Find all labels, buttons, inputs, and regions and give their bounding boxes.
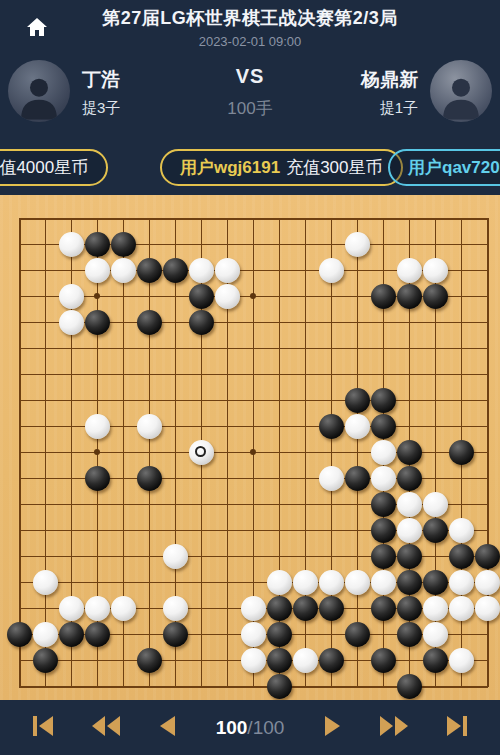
white-stone [137,414,162,439]
black-stone [397,284,422,309]
black-stone [397,570,422,595]
white-stone [319,258,344,283]
white-stone [33,570,58,595]
star-point [250,449,256,455]
white-stone [475,596,500,621]
black-stone [371,596,396,621]
white-stone [85,414,110,439]
black-stone [85,466,110,491]
header-bar: 第27届LG杯世界棋王战决赛第2/3局 2023-02-01 09:00 [0,0,500,55]
white-stone [85,258,110,283]
black-stone [267,622,292,647]
black-stone [319,648,344,673]
white-stone [397,518,422,543]
black-stone [397,440,422,465]
banner-user: 用户qav7205 [408,156,500,179]
black-stone [397,674,422,699]
black-stone [345,622,370,647]
white-stone [267,570,292,595]
white-stone [397,258,422,283]
black-stone [85,622,110,647]
black-stone [423,284,448,309]
black-stone [267,648,292,673]
black-stone [59,622,84,647]
recharge-banner-row: 052 充值4000星币 用户wgj6191 充值300星币 用户qav7205… [0,140,500,195]
white-stone [241,648,266,673]
recharge-banner-3[interactable]: 用户qav7205 充值 [388,149,500,186]
white-stone [345,232,370,257]
black-stone [475,544,500,569]
skip-to-start-icon [30,713,56,742]
black-stone [85,232,110,257]
step-backward-button[interactable] [152,709,182,746]
white-stone [371,440,396,465]
black-stone [7,622,32,647]
white-stone [59,596,84,621]
banner-action: 充值4000星币 [0,156,88,179]
step-forward-icon [322,713,344,742]
white-stone [111,596,136,621]
black-stone [137,648,162,673]
fast-backward-icon [90,713,122,742]
total-moves: /100 [247,717,284,738]
black-stone [319,414,344,439]
white-stone [423,492,448,517]
black-stone [423,648,448,673]
black-stone [137,258,162,283]
white-stone [241,622,266,647]
white-stone [59,284,84,309]
fast-backward-button[interactable] [86,709,126,746]
white-stone [423,622,448,647]
black-stone [423,570,448,595]
black-stone [397,466,422,491]
black-stone [371,492,396,517]
title-block: 第27届LG杯世界棋王战决赛第2/3局 2023-02-01 09:00 [60,6,440,49]
last-move-marker [195,446,206,457]
white-stone [449,570,474,595]
star-point [94,293,100,299]
white-stone [371,466,396,491]
black-stone [267,674,292,699]
white-stone [189,258,214,283]
players-row: 丁浩 提3子 VS 100手 杨鼎新 提1子 [0,55,500,140]
black-stone [397,596,422,621]
skip-to-end-button[interactable] [440,709,474,746]
black-stone [345,388,370,413]
black-stone [189,310,214,335]
white-stone [215,284,240,309]
white-stone [345,414,370,439]
move-counter: 100/100 [208,717,292,739]
black-stone [33,648,58,673]
white-stone [371,570,396,595]
step-forward-button[interactable] [318,709,348,746]
skip-to-start-button[interactable] [26,709,60,746]
white-player-name: 杨鼎新 [361,67,418,93]
white-stone [59,310,84,335]
black-stone [85,310,110,335]
white-stone [33,622,58,647]
white-player-captures: 提1子 [380,99,418,118]
white-stone [85,596,110,621]
black-stone [397,544,422,569]
game-datetime: 2023-02-01 09:00 [60,34,440,49]
black-stone [137,466,162,491]
go-review-app: 第27届LG杯世界棋王战决赛第2/3局 2023-02-01 09:00 丁浩 … [0,0,500,755]
black-stone [449,440,474,465]
black-stone [137,310,162,335]
white-stone [319,466,344,491]
grid-line [357,218,358,687]
black-stone [371,648,396,673]
black-stone [371,518,396,543]
step-backward-icon [156,713,178,742]
white-stone [111,258,136,283]
vs-label: VS [0,65,500,88]
white-stone [293,570,318,595]
playback-bar: 100/100 [0,700,500,755]
black-stone [449,544,474,569]
move-count: 100手 [0,97,500,120]
black-stone [189,284,214,309]
fast-forward-icon [378,713,410,742]
white-stone [475,570,500,595]
white-stone [163,596,188,621]
white-player-avatar [430,60,492,122]
fast-forward-button[interactable] [374,709,414,746]
white-stone [59,232,84,257]
black-stone [397,622,422,647]
black-stone [371,388,396,413]
black-stone [293,596,318,621]
black-stone [371,284,396,309]
banner-user: 用户wgj6191 [180,156,280,179]
white-stone [319,570,344,595]
white-stone [345,570,370,595]
white-stone [423,596,448,621]
star-point [94,449,100,455]
home-icon [25,15,49,43]
skip-to-end-icon [444,713,470,742]
white-stone [397,492,422,517]
star-point [250,293,256,299]
page-title: 第27届LG杯世界棋王战决赛第2/3局 [60,6,440,30]
white-stone [189,440,214,465]
recharge-banner-2[interactable]: 用户wgj6191 充值300星币 [160,149,403,186]
black-stone [163,622,188,647]
white-stone [423,258,448,283]
white-stone [163,544,188,569]
white-stone [293,648,318,673]
black-stone [371,544,396,569]
banner-action: 充值300星币 [286,156,382,179]
black-stone [423,518,448,543]
black-stone [371,414,396,439]
go-board[interactable] [0,195,500,700]
black-stone [267,596,292,621]
white-stone [449,648,474,673]
white-stone [241,596,266,621]
current-move: 100 [216,717,248,738]
white-stone [215,258,240,283]
black-stone [111,232,136,257]
white-stone [449,596,474,621]
black-stone [163,258,188,283]
black-stone [319,596,344,621]
black-stone [345,466,370,491]
recharge-banner-1[interactable]: 052 充值4000星币 [0,149,108,186]
white-stone [449,518,474,543]
home-button[interactable] [22,14,52,44]
